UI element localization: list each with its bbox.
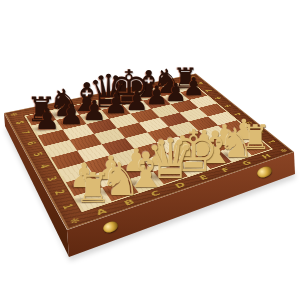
rank-label-right-3: 3 <box>243 120 254 125</box>
rank-label-left-2: 2 <box>52 188 68 196</box>
corner-ornament-icon: ✻ <box>278 147 289 153</box>
file-label-d: D <box>173 180 187 189</box>
chess-set-photo: ABCDEFGH1122334455667788✻✻✻✻ ♜♞♟♝♟♚♟♛♟♝♟… <box>0 0 300 300</box>
rank-label-right-2: 2 <box>254 129 266 134</box>
rank-label-left-8: 8 <box>13 120 26 125</box>
corner-ornament-icon: ✻ <box>9 112 19 118</box>
corner-ornament-icon: ✻ <box>68 216 81 226</box>
rank-label-left-5: 5 <box>31 151 45 157</box>
file-label-a: A <box>94 206 109 217</box>
rank-label-left-6: 6 <box>24 140 38 146</box>
rank-label-right-5: 5 <box>222 104 233 108</box>
rank-label-left-4: 4 <box>37 163 52 170</box>
rank-label-left-7: 7 <box>19 130 33 136</box>
file-label-c: C <box>149 188 163 198</box>
file-label-e: E <box>197 173 210 181</box>
rank-label-right-6: 6 <box>213 96 224 100</box>
rank-label-right-1: 1 <box>266 139 278 144</box>
rank-label-left-1: 1 <box>60 202 76 211</box>
rank-label-right-7: 7 <box>204 89 214 93</box>
corner-ornament-icon: ✻ <box>189 75 198 79</box>
file-label-b: B <box>122 197 136 207</box>
rank-label-left-3: 3 <box>44 175 59 182</box>
file-label-h: H <box>260 152 273 160</box>
file-label-g: G <box>240 159 253 167</box>
rank-label-right-4: 4 <box>232 112 243 117</box>
rank-label-right-8: 8 <box>195 81 205 85</box>
file-label-f: F <box>219 166 231 174</box>
